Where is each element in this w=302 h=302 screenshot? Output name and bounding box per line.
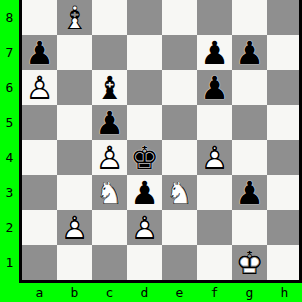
square-c3[interactable]: ♞♘ [92,175,127,210]
square-b7[interactable] [57,35,92,70]
square-f5[interactable] [197,105,232,140]
square-f1[interactable] [197,245,232,280]
square-d2[interactable]: ♟♙ [127,210,162,245]
square-c4[interactable]: ♟♙ [92,140,127,175]
file-label-c: c [92,284,127,302]
square-d1[interactable] [127,245,162,280]
square-h7[interactable] [267,35,302,70]
square-h6[interactable] [267,70,302,105]
rank-label-8: 8 [0,0,19,35]
square-a1[interactable] [22,245,57,280]
square-d8[interactable] [127,0,162,35]
square-f3[interactable] [197,175,232,210]
square-h4[interactable] [267,140,302,175]
square-e8[interactable] [162,0,197,35]
square-b5[interactable] [57,105,92,140]
square-h5[interactable] [267,105,302,140]
square-g3[interactable]: ♟ [232,175,267,210]
square-a8[interactable] [22,0,57,35]
square-e4[interactable] [162,140,197,175]
white-pawn-on-f4[interactable]: ♙ [197,140,232,175]
black-pawn-on-a7[interactable]: ♟ [22,35,57,70]
white-knight-on-e3[interactable]: ♘ [162,175,197,210]
black-pawn-on-f7[interactable]: ♟ [197,35,232,70]
square-h3[interactable] [267,175,302,210]
square-g2[interactable] [232,210,267,245]
square-e5[interactable] [162,105,197,140]
board-border-right [299,0,302,283]
square-c2[interactable] [92,210,127,245]
file-label-h: h [267,284,302,302]
square-b2[interactable]: ♟♙ [57,210,92,245]
square-d5[interactable] [127,105,162,140]
white-pawn-on-d2[interactable]: ♙ [127,210,162,245]
rank-label-3: 3 [0,175,19,210]
file-label-f: f [197,284,232,302]
white-bishop-on-b8[interactable]: ♗ [57,0,92,35]
square-g6[interactable] [232,70,267,105]
rank-label-1: 1 [0,245,19,280]
file-label-d: d [127,284,162,302]
square-h1[interactable] [267,245,302,280]
square-b1[interactable] [57,245,92,280]
square-e7[interactable] [162,35,197,70]
white-king-on-g1[interactable]: ♔ [232,245,267,280]
square-a5[interactable] [22,105,57,140]
square-g1[interactable]: ♚♔ [232,245,267,280]
square-d6[interactable] [127,70,162,105]
square-c1[interactable] [92,245,127,280]
file-label-g: g [232,284,267,302]
square-a4[interactable] [22,140,57,175]
rank-label-7: 7 [0,35,19,70]
square-c7[interactable] [92,35,127,70]
square-f7[interactable]: ♟ [197,35,232,70]
black-bishop-on-c6[interactable]: ♝ [92,70,127,105]
square-c8[interactable] [92,0,127,35]
square-f6[interactable]: ♟ [197,70,232,105]
white-pawn-on-a6[interactable]: ♙ [22,70,57,105]
square-g7[interactable]: ♟ [232,35,267,70]
chess-board: ♝♗♟♟♟♟♙♝♟♟♟♙♚♟♙♞♘♟♞♘♟♟♙♟♙♚♔ [22,0,302,280]
square-f2[interactable] [197,210,232,245]
square-b3[interactable] [57,175,92,210]
square-a3[interactable] [22,175,57,210]
file-label-a: a [22,284,57,302]
black-pawn-on-d3[interactable]: ♟ [127,175,162,210]
square-g8[interactable] [232,0,267,35]
square-e3[interactable]: ♞♘ [162,175,197,210]
square-e6[interactable] [162,70,197,105]
square-e2[interactable] [162,210,197,245]
white-knight-on-c3[interactable]: ♘ [92,175,127,210]
square-g4[interactable] [232,140,267,175]
square-a6[interactable]: ♟♙ [22,70,57,105]
square-d7[interactable] [127,35,162,70]
square-a2[interactable] [22,210,57,245]
square-d4[interactable]: ♚ [127,140,162,175]
square-b4[interactable] [57,140,92,175]
rank-label-4: 4 [0,140,19,175]
square-e1[interactable] [162,245,197,280]
square-h8[interactable] [267,0,302,35]
black-pawn-on-g3[interactable]: ♟ [232,175,267,210]
rank-label-5: 5 [0,105,19,140]
black-king-on-d4[interactable]: ♚ [127,140,162,175]
square-a7[interactable]: ♟ [22,35,57,70]
square-c6[interactable]: ♝ [92,70,127,105]
file-label-e: e [162,284,197,302]
white-pawn-on-c4[interactable]: ♙ [92,140,127,175]
square-b6[interactable] [57,70,92,105]
chess-diagram: ♝♗♟♟♟♟♙♝♟♟♟♙♚♟♙♞♘♟♞♘♟♟♙♟♙♚♔ 8 7 6 5 4 3 … [0,0,302,302]
file-label-b: b [57,284,92,302]
square-h2[interactable] [267,210,302,245]
rank-label-2: 2 [0,210,19,245]
square-c5[interactable]: ♟ [92,105,127,140]
square-g5[interactable] [232,105,267,140]
square-d3[interactable]: ♟ [127,175,162,210]
square-f8[interactable] [197,0,232,35]
black-pawn-on-c5[interactable]: ♟ [92,105,127,140]
square-b8[interactable]: ♝♗ [57,0,92,35]
square-f4[interactable]: ♟♙ [197,140,232,175]
rank-label-6: 6 [0,70,19,105]
white-pawn-on-b2[interactable]: ♙ [57,210,92,245]
black-pawn-on-g7[interactable]: ♟ [232,35,267,70]
black-pawn-on-f6[interactable]: ♟ [197,70,232,105]
